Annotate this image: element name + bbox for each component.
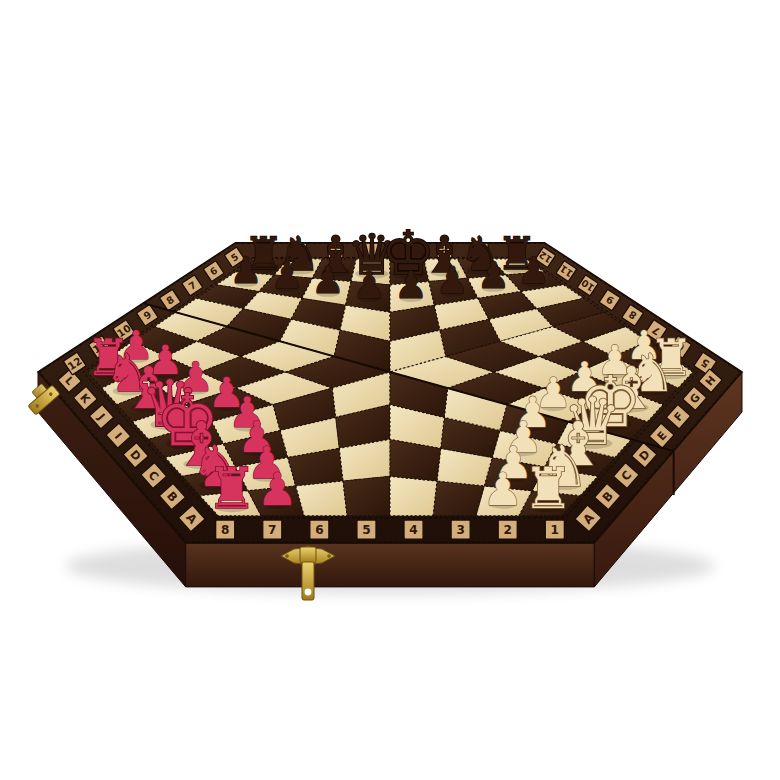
coord-label: 8 [221,523,229,537]
coord-label: 6 [315,523,323,537]
latch-screw [285,554,289,558]
coord-plaque: 3 [451,520,470,539]
coord-label: 2 [504,523,512,537]
coord-label: 4 [409,523,417,537]
piece-black-pawn[interactable]: ♟ [436,259,469,302]
board-cell[interactable] [433,481,484,516]
piece-black-pawn[interactable]: ♟ [352,263,385,307]
board-cell[interactable] [390,476,437,515]
coord-plaque: 8 [216,520,235,539]
piece-black-pawn[interactable]: ♟ [517,249,550,292]
coord-label: 3 [456,523,464,537]
coord-plaque: 2 [498,520,517,539]
piece-red-rook[interactable]: ♜ [207,456,257,521]
coord-label: 5 [362,523,370,537]
coord-label: 7 [268,523,276,537]
board-cell[interactable] [343,476,390,515]
coord-plaque: 5 [357,520,376,539]
coord-label: 1 [551,523,559,537]
coord-plaque: 7 [263,520,282,539]
coord-plaque: 4 [404,520,423,539]
coord-plaque: 6 [310,520,329,539]
latch-hook-hole [305,589,312,596]
piece-red-pawn[interactable]: ♟ [257,463,297,516]
piece-black-pawn[interactable]: ♟ [394,263,427,307]
latch-screw [327,554,331,558]
piece-black-pawn[interactable]: ♟ [477,254,510,297]
piece-white-rook[interactable]: ♜ [523,456,573,521]
board-cell[interactable] [296,481,347,516]
piece-black-pawn[interactable]: ♟ [230,249,263,292]
coord-plaque: 1 [545,520,564,539]
three-player-chess-set-photo: LKJIEFGH12111098765ABCDEFGH87654321LKJID… [0,0,780,780]
piece-black-pawn[interactable]: ♟ [311,259,344,302]
latch-buckle [300,547,316,563]
piece-white-pawn[interactable]: ♟ [483,463,523,516]
box-side-front [186,543,595,587]
scene-svg: LKJIEFGH12111098765ABCDEFGH87654321LKJID… [0,0,780,780]
piece-black-pawn[interactable]: ♟ [270,254,303,297]
